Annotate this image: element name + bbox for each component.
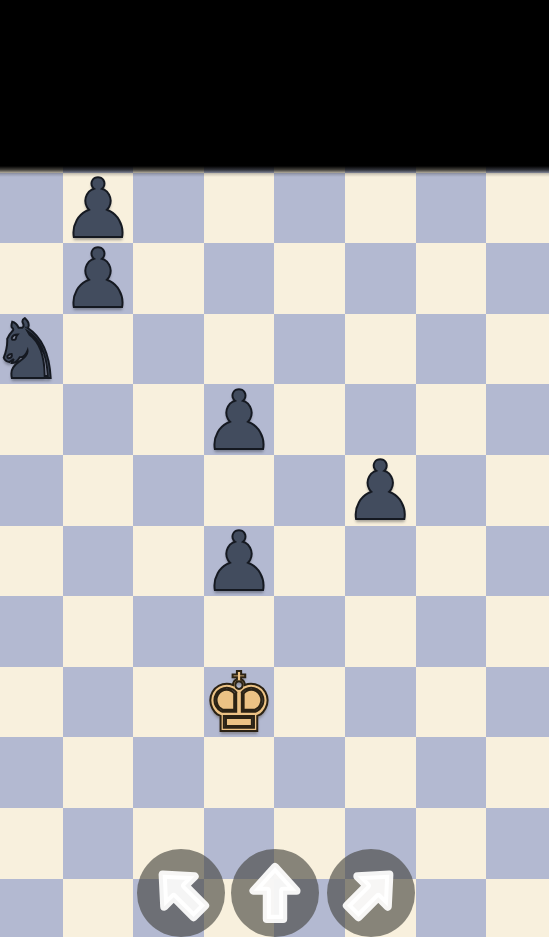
square-r8-c7 [486, 667, 549, 738]
black-pawn: ♟ [202, 521, 276, 603]
square-r1-c2 [133, 173, 204, 244]
square-r7-c7 [486, 596, 549, 667]
square-r2-c1: ♟ [63, 243, 134, 314]
square-r6-c3: ♟ [204, 526, 275, 597]
square-r2-c2 [133, 243, 204, 314]
square-r4-c1 [63, 384, 134, 455]
square-r5-c1 [63, 455, 134, 526]
black-knight: ♞ [0, 309, 64, 391]
square-r3-c4 [274, 314, 345, 385]
square-r1-c0 [0, 173, 63, 244]
square-r2-c7 [486, 243, 549, 314]
move-up-left-button[interactable] [137, 849, 225, 937]
square-r10-c1 [63, 808, 134, 879]
top-black-bar [0, 0, 549, 166]
square-r4-c6 [416, 384, 487, 455]
square-r10-c0 [0, 808, 63, 879]
square-r1-c4 [274, 173, 345, 244]
square-r11-c6 [416, 879, 487, 937]
square-r4-c2 [133, 384, 204, 455]
square-r7-c2 [133, 596, 204, 667]
square-r6-c6 [416, 526, 487, 597]
square-r9-c2 [133, 737, 204, 808]
square-r7-c5 [345, 596, 416, 667]
square-r5-c5: ♟ [345, 455, 416, 526]
square-r4-c3: ♟ [204, 384, 275, 455]
square-r2-c3 [204, 243, 275, 314]
square-r11-c7 [486, 879, 549, 937]
white-king: ♚ [202, 662, 276, 744]
square-r7-c6 [416, 596, 487, 667]
square-r7-c1 [63, 596, 134, 667]
square-r8-c5 [345, 667, 416, 738]
square-r6-c7 [486, 526, 549, 597]
square-r3-c0: ♞ [0, 314, 63, 385]
square-r3-c5 [345, 314, 416, 385]
black-pawn: ♟ [61, 238, 135, 320]
square-r11-c1 [63, 879, 134, 937]
square-r6-c1 [63, 526, 134, 597]
square-r8-c3: ♚ [204, 667, 275, 738]
square-r8-c6 [416, 667, 487, 738]
square-r5-c0 [0, 455, 63, 526]
square-r8-c4 [274, 667, 345, 738]
square-r9-c1 [63, 737, 134, 808]
arrow-up-icon [238, 856, 312, 930]
square-r7-c0 [0, 596, 63, 667]
square-r2-c5 [345, 243, 416, 314]
black-pawn: ♟ [202, 380, 276, 462]
square-r8-c1 [63, 667, 134, 738]
square-r4-c7 [486, 384, 549, 455]
square-r6-c2 [133, 526, 204, 597]
game-screen: ♟♟♞♟♟♟♚ [0, 0, 549, 937]
square-r4-c4 [274, 384, 345, 455]
move-up-button[interactable] [231, 849, 319, 937]
square-r8-c0 [0, 667, 63, 738]
square-r9-c4 [274, 737, 345, 808]
square-r9-c5 [345, 737, 416, 808]
square-r6-c4 [274, 526, 345, 597]
square-r9-c7 [486, 737, 549, 808]
square-r3-c2 [133, 314, 204, 385]
move-up-right-button[interactable] [327, 849, 415, 937]
square-r5-c2 [133, 455, 204, 526]
square-r9-c6 [416, 737, 487, 808]
square-r5-c4 [274, 455, 345, 526]
square-r10-c7 [486, 808, 549, 879]
square-r2-c6 [416, 243, 487, 314]
square-r1-c5 [345, 173, 416, 244]
square-r5-c7 [486, 455, 549, 526]
square-r2-c4 [274, 243, 345, 314]
chess-board: ♟♟♞♟♟♟♚ [0, 102, 549, 937]
square-r8-c2 [133, 667, 204, 738]
square-r5-c6 [416, 455, 487, 526]
square-r10-c6 [416, 808, 487, 879]
square-r1-c3 [204, 173, 275, 244]
square-r1-c7 [486, 173, 549, 244]
square-r3-c6 [416, 314, 487, 385]
square-r11-c0 [0, 879, 63, 937]
square-r1-c6 [416, 173, 487, 244]
black-pawn: ♟ [344, 450, 418, 532]
square-r3-c7 [486, 314, 549, 385]
square-r6-c0 [0, 526, 63, 597]
square-r7-c4 [274, 596, 345, 667]
square-r9-c0 [0, 737, 63, 808]
